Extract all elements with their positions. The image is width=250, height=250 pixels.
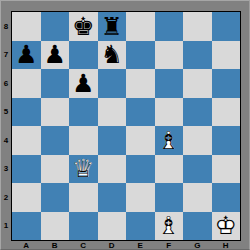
square-a5[interactable] (12, 98, 41, 127)
rank-label-6: 6 (1, 69, 11, 98)
square-h5[interactable] (212, 98, 241, 127)
white-bishop-fill: ♝ (155, 212, 184, 241)
square-f7[interactable] (155, 41, 184, 70)
square-h8[interactable] (212, 12, 241, 41)
square-c7[interactable] (69, 41, 98, 70)
square-g8[interactable] (183, 12, 212, 41)
file-label-b: B (41, 240, 70, 250)
square-a7[interactable]: ♟ (12, 41, 41, 70)
square-h4[interactable] (212, 126, 241, 155)
square-d6[interactable] (98, 69, 127, 98)
square-d7[interactable]: ♞ (98, 41, 127, 70)
rank-label-2: 2 (1, 183, 11, 212)
square-g6[interactable] (183, 69, 212, 98)
square-a2[interactable] (12, 183, 41, 212)
square-g2[interactable] (183, 183, 212, 212)
white-king-fill: ♚ (212, 212, 241, 241)
square-e2[interactable] (126, 183, 155, 212)
black-king-piece: ♚ (69, 12, 98, 41)
square-b6[interactable] (41, 69, 70, 98)
square-c6[interactable]: ♟ (69, 69, 98, 98)
square-f5[interactable] (155, 98, 184, 127)
square-b7[interactable]: ♟ (41, 41, 70, 70)
square-d2[interactable] (98, 183, 127, 212)
square-d5[interactable] (98, 98, 127, 127)
square-h2[interactable] (212, 183, 241, 212)
square-e7[interactable] (126, 41, 155, 70)
black-knight-piece: ♞ (98, 41, 127, 70)
square-g5[interactable] (183, 98, 212, 127)
square-g4[interactable] (183, 126, 212, 155)
square-g3[interactable] (183, 155, 212, 184)
file-label-f: F (155, 240, 184, 250)
black-pawn-piece: ♟ (12, 41, 41, 70)
square-a6[interactable] (12, 69, 41, 98)
file-coordinates: ABCDEFGH (12, 240, 240, 250)
square-e4[interactable] (126, 126, 155, 155)
square-e8[interactable] (126, 12, 155, 41)
square-c5[interactable] (69, 98, 98, 127)
square-b4[interactable] (41, 126, 70, 155)
square-d8[interactable]: ♜ (98, 12, 127, 41)
file-label-g: G (183, 240, 212, 250)
square-e1[interactable] (126, 212, 155, 241)
square-h6[interactable] (212, 69, 241, 98)
rank-label-5: 5 (1, 98, 11, 127)
square-a4[interactable] (12, 126, 41, 155)
white-king-piece: ♔ (212, 212, 241, 241)
file-label-e: E (126, 240, 155, 250)
chess-board-frame: 87654321 ♚♜♟♟♞♟♝♗♛♕♝♗♚♔ ABCDEFGH (0, 0, 250, 250)
square-b8[interactable] (41, 12, 70, 41)
square-b3[interactable] (41, 155, 70, 184)
chess-board: ♚♜♟♟♞♟♝♗♛♕♝♗♚♔ (11, 11, 241, 241)
square-f1[interactable]: ♝♗ (155, 212, 184, 241)
square-g7[interactable] (183, 41, 212, 70)
square-c2[interactable] (69, 183, 98, 212)
square-f6[interactable] (155, 69, 184, 98)
square-e6[interactable] (126, 69, 155, 98)
square-d1[interactable] (98, 212, 127, 241)
black-pawn-piece: ♟ (41, 41, 70, 70)
square-a8[interactable] (12, 12, 41, 41)
square-c1[interactable] (69, 212, 98, 241)
rank-coordinates: 87654321 (1, 12, 11, 240)
file-label-d: D (98, 240, 127, 250)
square-h7[interactable] (212, 41, 241, 70)
white-bishop-piece: ♗ (155, 212, 184, 241)
square-f2[interactable] (155, 183, 184, 212)
rank-label-8: 8 (1, 12, 11, 41)
square-b2[interactable] (41, 183, 70, 212)
square-d4[interactable] (98, 126, 127, 155)
square-b5[interactable] (41, 98, 70, 127)
square-f8[interactable] (155, 12, 184, 41)
square-b1[interactable] (41, 212, 70, 241)
black-rook-piece: ♜ (98, 12, 127, 41)
file-label-h: H (212, 240, 241, 250)
square-c4[interactable] (69, 126, 98, 155)
rank-label-3: 3 (1, 155, 11, 184)
square-d3[interactable] (98, 155, 127, 184)
file-label-a: A (12, 240, 41, 250)
square-c3[interactable]: ♛♕ (69, 155, 98, 184)
rank-label-7: 7 (1, 41, 11, 70)
white-bishop-piece: ♗ (155, 126, 184, 155)
square-g1[interactable] (183, 212, 212, 241)
square-e3[interactable] (126, 155, 155, 184)
file-label-c: C (69, 240, 98, 250)
square-a1[interactable] (12, 212, 41, 241)
square-h3[interactable] (212, 155, 241, 184)
square-h1[interactable]: ♚♔ (212, 212, 241, 241)
rank-label-4: 4 (1, 126, 11, 155)
black-pawn-piece: ♟ (69, 69, 98, 98)
rank-label-1: 1 (1, 212, 11, 241)
square-e5[interactable] (126, 98, 155, 127)
white-bishop-fill: ♝ (155, 126, 184, 155)
square-a3[interactable] (12, 155, 41, 184)
square-f3[interactable] (155, 155, 184, 184)
square-c8[interactable]: ♚ (69, 12, 98, 41)
square-f4[interactable]: ♝♗ (155, 126, 184, 155)
white-queen-fill: ♛ (69, 155, 98, 184)
white-queen-piece: ♕ (69, 155, 98, 184)
